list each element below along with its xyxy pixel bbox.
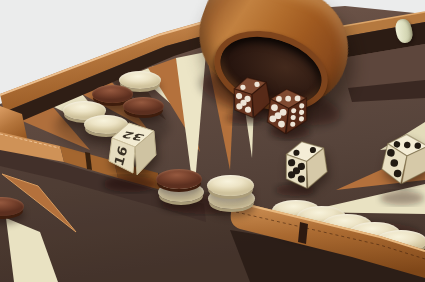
checker-cream bbox=[158, 182, 204, 202]
checker-cream bbox=[297, 206, 346, 228]
checker-cream bbox=[349, 222, 400, 244]
backgammon-photo: 32 16 bbox=[0, 0, 425, 282]
bar-left-segments bbox=[0, 132, 206, 222]
checker-cream bbox=[208, 188, 255, 209]
checker-cream bbox=[272, 200, 320, 221]
points-right bbox=[303, 122, 425, 214]
checker-brown bbox=[0, 197, 24, 216]
points-near bbox=[2, 174, 76, 282]
checker-brown bbox=[123, 97, 164, 115]
doubling-cube: 32 16 bbox=[104, 119, 164, 183]
checker-cream bbox=[394, 18, 415, 45]
die-white-2 bbox=[379, 133, 425, 190]
checker-cream bbox=[207, 175, 254, 196]
checker-cream bbox=[119, 71, 161, 89]
checker-brown bbox=[92, 85, 133, 103]
checker-cream bbox=[63, 101, 106, 120]
checker-cream bbox=[375, 230, 425, 253]
checker-cream bbox=[322, 214, 372, 236]
die-white-1 bbox=[281, 140, 334, 194]
